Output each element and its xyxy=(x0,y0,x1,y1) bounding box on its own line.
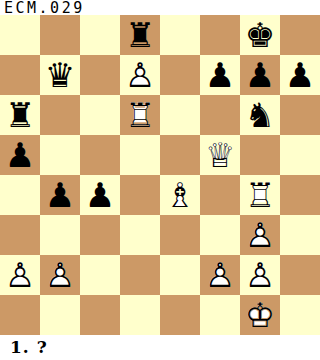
square-f6[interactable] xyxy=(200,95,240,135)
piece-black-pawn[interactable]: ♟ xyxy=(80,175,120,215)
piece-white-king[interactable]: ♚♔ xyxy=(240,295,280,335)
piece-black-pawn[interactable]: ♟ xyxy=(0,135,40,175)
square-b3[interactable] xyxy=(40,215,80,255)
square-g8[interactable]: ♚ xyxy=(240,15,280,55)
square-d3[interactable] xyxy=(120,215,160,255)
square-a6[interactable]: ♜ xyxy=(0,95,40,135)
square-d6[interactable]: ♜♖ xyxy=(120,95,160,135)
piece-black-king[interactable]: ♚ xyxy=(240,15,280,55)
square-g7[interactable]: ♟ xyxy=(240,55,280,95)
square-f3[interactable] xyxy=(200,215,240,255)
square-f5[interactable]: ♛♕ xyxy=(200,135,240,175)
square-b8[interactable] xyxy=(40,15,80,55)
square-b6[interactable] xyxy=(40,95,80,135)
chess-board: ♜♚♛♟♙♟♟♟♜♜♖♞♟♛♕♟♟♝♗♜♖♟♙♟♙♟♙♟♙♟♙♚♔ xyxy=(0,15,320,335)
square-h2[interactable] xyxy=(280,255,320,295)
square-f1[interactable] xyxy=(200,295,240,335)
square-h3[interactable] xyxy=(280,215,320,255)
square-g1[interactable]: ♚♔ xyxy=(240,295,280,335)
square-e4[interactable]: ♝♗ xyxy=(160,175,200,215)
piece-white-bishop[interactable]: ♝♗ xyxy=(160,175,200,215)
piece-black-pawn[interactable]: ♟ xyxy=(280,55,320,95)
square-b5[interactable] xyxy=(40,135,80,175)
square-e8[interactable] xyxy=(160,15,200,55)
square-g3[interactable]: ♟♙ xyxy=(240,215,280,255)
square-b2[interactable]: ♟♙ xyxy=(40,255,80,295)
piece-black-pawn[interactable]: ♟ xyxy=(40,175,80,215)
square-g6[interactable]: ♞ xyxy=(240,95,280,135)
square-h8[interactable] xyxy=(280,15,320,55)
square-c4[interactable]: ♟ xyxy=(80,175,120,215)
square-e3[interactable] xyxy=(160,215,200,255)
piece-black-knight[interactable]: ♞ xyxy=(240,95,280,135)
square-d5[interactable] xyxy=(120,135,160,175)
piece-white-pawn[interactable]: ♟♙ xyxy=(240,215,280,255)
piece-black-rook[interactable]: ♜ xyxy=(120,15,160,55)
piece-white-pawn[interactable]: ♟♙ xyxy=(0,255,40,295)
square-f2[interactable]: ♟♙ xyxy=(200,255,240,295)
square-a1[interactable] xyxy=(0,295,40,335)
piece-black-pawn[interactable]: ♟ xyxy=(200,55,240,95)
square-a2[interactable]: ♟♙ xyxy=(0,255,40,295)
square-h1[interactable] xyxy=(280,295,320,335)
square-c5[interactable] xyxy=(80,135,120,175)
square-c3[interactable] xyxy=(80,215,120,255)
piece-black-pawn[interactable]: ♟ xyxy=(240,55,280,95)
piece-white-queen[interactable]: ♛♕ xyxy=(200,135,240,175)
piece-white-pawn[interactable]: ♟♙ xyxy=(200,255,240,295)
piece-black-queen[interactable]: ♛ xyxy=(40,55,80,95)
square-a3[interactable] xyxy=(0,215,40,255)
square-d7[interactable]: ♟♙ xyxy=(120,55,160,95)
square-h5[interactable] xyxy=(280,135,320,175)
square-d4[interactable] xyxy=(120,175,160,215)
square-c7[interactable] xyxy=(80,55,120,95)
square-g2[interactable]: ♟♙ xyxy=(240,255,280,295)
square-f7[interactable]: ♟ xyxy=(200,55,240,95)
piece-black-rook[interactable]: ♜ xyxy=(0,95,40,135)
square-a8[interactable] xyxy=(0,15,40,55)
square-b7[interactable]: ♛ xyxy=(40,55,80,95)
square-g4[interactable]: ♜♖ xyxy=(240,175,280,215)
square-h7[interactable]: ♟ xyxy=(280,55,320,95)
square-b4[interactable]: ♟ xyxy=(40,175,80,215)
diagram-title: ECM.029 xyxy=(0,0,320,15)
square-d1[interactable] xyxy=(120,295,160,335)
piece-white-pawn[interactable]: ♟♙ xyxy=(240,255,280,295)
square-e2[interactable] xyxy=(160,255,200,295)
square-c1[interactable] xyxy=(80,295,120,335)
move-prompt: 1. ? xyxy=(0,335,320,360)
square-a4[interactable] xyxy=(0,175,40,215)
square-a7[interactable] xyxy=(0,55,40,95)
square-c8[interactable] xyxy=(80,15,120,55)
piece-white-rook[interactable]: ♜♖ xyxy=(240,175,280,215)
square-e7[interactable] xyxy=(160,55,200,95)
piece-white-pawn[interactable]: ♟♙ xyxy=(120,55,160,95)
square-a5[interactable]: ♟ xyxy=(0,135,40,175)
piece-white-pawn[interactable]: ♟♙ xyxy=(40,255,80,295)
square-f8[interactable] xyxy=(200,15,240,55)
square-e5[interactable] xyxy=(160,135,200,175)
square-c2[interactable] xyxy=(80,255,120,295)
square-h4[interactable] xyxy=(280,175,320,215)
square-d2[interactable] xyxy=(120,255,160,295)
square-d8[interactable]: ♜ xyxy=(120,15,160,55)
chess-diagram-page: ECM.029 ♜♚♛♟♙♟♟♟♜♜♖♞♟♛♕♟♟♝♗♜♖♟♙♟♙♟♙♟♙♟♙♚… xyxy=(0,0,320,360)
square-g5[interactable] xyxy=(240,135,280,175)
square-h6[interactable] xyxy=(280,95,320,135)
square-b1[interactable] xyxy=(40,295,80,335)
square-c6[interactable] xyxy=(80,95,120,135)
square-e1[interactable] xyxy=(160,295,200,335)
square-e6[interactable] xyxy=(160,95,200,135)
square-f4[interactable] xyxy=(200,175,240,215)
piece-white-rook[interactable]: ♜♖ xyxy=(120,95,160,135)
